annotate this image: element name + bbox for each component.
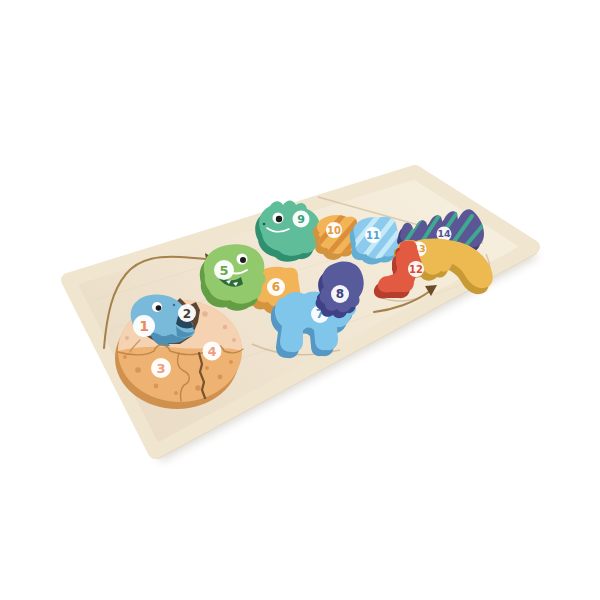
dino-9-pupil (276, 216, 282, 222)
piece-9-number: 9 (297, 213, 305, 226)
piece-14-number: 14 (437, 228, 451, 239)
puzzle-piece-5[interactable]: 5 (200, 244, 266, 310)
puzzle-scene: 1 2 3 4 6 (0, 0, 600, 600)
piece-10-number: 10 (327, 225, 341, 236)
piece-12-number: 12 (409, 264, 423, 275)
piece-8-number: 8 (336, 287, 344, 301)
svg-text:1: 1 (139, 318, 149, 334)
piece-11-number: 11 (366, 230, 380, 241)
piece-1-badge: 1 (133, 315, 155, 337)
baby-dino-nostril (173, 304, 175, 306)
piece-3-badge: 3 (151, 358, 171, 378)
piece-2-badge: 2 (178, 304, 196, 322)
piece-6-number: 6 (272, 280, 280, 294)
dino-9-nostril (263, 223, 266, 226)
svg-text:4: 4 (208, 344, 217, 359)
baby-dino-pupil (156, 305, 162, 311)
product-photo: 1 2 3 4 6 (0, 0, 600, 600)
piece-5-number: 5 (219, 263, 228, 278)
svg-text:2: 2 (183, 307, 191, 321)
svg-text:3: 3 (156, 361, 165, 376)
dino-5-pupil (240, 257, 246, 263)
piece-4-badge: 4 (203, 342, 222, 361)
